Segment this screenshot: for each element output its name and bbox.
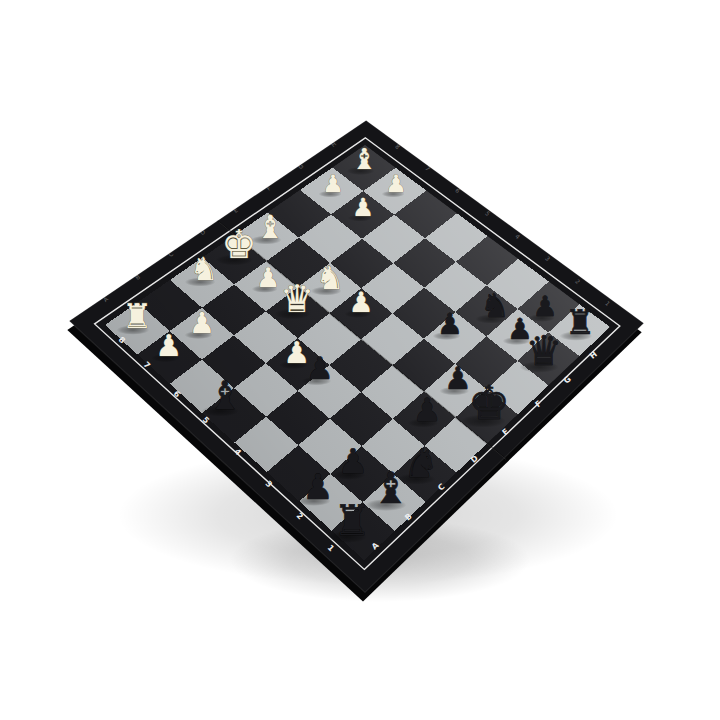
piece-white-pawn-e5[interactable]: ♟: [348, 286, 373, 319]
piece-white-pawn-h7[interactable]: ♟: [385, 170, 407, 198]
piece-black-pawn-f3[interactable]: ♟: [437, 307, 463, 341]
piece-white-queen-d6[interactable]: ♛: [280, 277, 314, 321]
piece-black-pawn-a2[interactable]: ♟: [302, 467, 333, 507]
piece-black-king-e1[interactable]: ♚: [468, 375, 510, 430]
product-photo-stage: ABCDEFGH1234567812345678ABCDEFGH ♝♟♟♟♝♚♞…: [0, 0, 720, 720]
piece-black-rook-a1[interactable]: ♜: [333, 496, 371, 545]
piece-white-knight-c8[interactable]: ♞: [190, 250, 219, 288]
piece-black-pawn-c4[interactable]: ♟: [306, 350, 334, 386]
piece-black-pawn-d2[interactable]: ♟: [413, 391, 442, 429]
piece-white-bishop-e8[interactable]: ♝: [256, 208, 285, 246]
piece-black-pawn-h2[interactable]: ♟: [532, 290, 557, 323]
piece-black-bishop-a5[interactable]: ♝: [208, 373, 243, 418]
piece-white-pawn-b7[interactable]: ♟: [189, 306, 215, 340]
piece-black-knight-g3[interactable]: ♞: [480, 286, 510, 325]
piece-black-queen-g1[interactable]: ♛: [526, 327, 563, 375]
piece-black-rook-h1[interactable]: ♜: [565, 302, 595, 342]
chess-board-scene: ABCDEFGH1234567812345678ABCDEFGH ♝♟♟♟♝♚♞…: [0, 0, 720, 720]
piece-white-king-d8[interactable]: ♚: [222, 222, 257, 267]
piece-white-pawn-a7[interactable]: ♟: [156, 328, 183, 363]
piece-white-pawn-d7[interactable]: ♟: [256, 262, 280, 293]
piece-white-pawn-g8[interactable]: ♟: [322, 170, 344, 198]
piece-black-pawn-b2[interactable]: ♟: [338, 441, 368, 481]
piece-white-bishop-h8[interactable]: ♝: [351, 142, 377, 176]
piece-white-knight-e6[interactable]: ♞: [316, 259, 345, 297]
piece-white-rook-a8[interactable]: ♜: [122, 296, 152, 336]
piece-white-pawn-g7[interactable]: ♟: [352, 193, 374, 222]
piece-black-bishop-b1[interactable]: ♝: [372, 463, 411, 513]
